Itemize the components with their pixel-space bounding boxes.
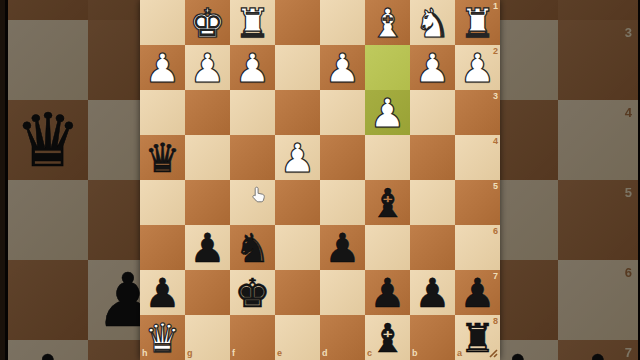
square-d1[interactable] — [320, 0, 365, 45]
file-label-d: d — [322, 349, 328, 358]
black-queen-h4[interactable]: ♛︎ — [140, 135, 185, 180]
square-d6[interactable]: ♟︎ — [320, 225, 365, 270]
square-c8[interactable]: c♝︎ — [365, 315, 410, 360]
bg-square: ♟︎ — [8, 0, 88, 20]
black-queen-partial: ♛︎ — [15, 103, 81, 177]
rank-label-6: 6 — [493, 227, 498, 236]
black-pawn-partial: ♟︎ — [500, 346, 549, 360]
square-a2[interactable]: 2♟︎ — [455, 45, 500, 90]
square-h8[interactable]: h♛︎ — [140, 315, 185, 360]
square-f2[interactable]: ♟︎ — [230, 45, 275, 90]
white-pawn-g2[interactable]: ♟︎ — [185, 45, 230, 90]
file-label-e: e — [277, 349, 282, 358]
square-d5[interactable] — [320, 180, 365, 225]
square-c2[interactable] — [365, 45, 410, 90]
video-frame: ♟︎♟︎♛︎♟︎♟︎ ♟︎♟︎3456♟︎♟︎7 ♚︎♜︎♝︎♞︎1♜︎♟︎♟︎… — [0, 0, 640, 360]
square-c1[interactable]: ♝︎ — [365, 0, 410, 45]
board-resize-handle-icon[interactable] — [486, 346, 498, 358]
bg-square: ♟︎ — [500, 340, 558, 360]
bg-square — [500, 260, 558, 340]
white-pawn-d2[interactable]: ♟︎ — [320, 45, 365, 90]
square-a1[interactable]: 1♜︎ — [455, 0, 500, 45]
square-g5[interactable] — [185, 180, 230, 225]
background-left-strip: ♟︎♟︎♛︎♟︎♟︎ — [0, 0, 140, 360]
bg-square: ♛︎ — [8, 100, 88, 180]
square-h3[interactable] — [140, 90, 185, 135]
black-pawn-partial: ♟︎ — [17, 346, 80, 360]
square-f6[interactable]: ♞︎ — [230, 225, 275, 270]
bg-square: 5 — [558, 180, 638, 260]
square-a3[interactable]: 3 — [455, 90, 500, 135]
bg-square: ♟︎ — [88, 0, 140, 20]
square-h5[interactable] — [140, 180, 185, 225]
square-e7[interactable] — [275, 270, 320, 315]
bg-square: 3 — [558, 20, 638, 100]
black-pawn-b7[interactable]: ♟︎ — [410, 270, 455, 315]
bg-square: ♟︎ — [500, 0, 558, 20]
black-bishop-c5[interactable]: ♝︎ — [365, 180, 410, 225]
white-pawn-c3[interactable]: ♟︎ — [365, 90, 410, 135]
white-rook-a1[interactable]: ♜︎ — [455, 0, 500, 45]
square-f4[interactable] — [230, 135, 275, 180]
bg-square: ♟︎ — [88, 260, 140, 340]
black-pawn-h7[interactable]: ♟︎ — [140, 270, 185, 315]
square-f3[interactable] — [230, 90, 275, 135]
square-e8[interactable]: e — [275, 315, 320, 360]
bg-square — [88, 180, 140, 260]
black-pawn-a7[interactable]: ♟︎ — [455, 270, 500, 315]
file-label-b: b — [412, 349, 418, 358]
rank-label-4: 4 — [493, 137, 498, 146]
white-king-g1[interactable]: ♚︎ — [185, 0, 230, 45]
background-board-fragment-left: ♟︎♟︎♛︎♟︎♟︎ — [5, 0, 140, 360]
bg-square: 4 — [558, 100, 638, 180]
white-rook-f1[interactable]: ♜︎ — [230, 0, 275, 45]
square-a5[interactable]: 5 — [455, 180, 500, 225]
rank-label-3: 3 — [493, 92, 498, 101]
black-pawn-partial: ♟︎ — [95, 263, 140, 337]
white-pawn-f2[interactable]: ♟︎ — [230, 45, 275, 90]
file-label-g: g — [187, 349, 193, 358]
black-pawn-partial: ♟︎ — [567, 346, 630, 360]
bg-rank-label-4: 4 — [625, 105, 632, 120]
white-pawn-h2[interactable]: ♟︎ — [140, 45, 185, 90]
square-d3[interactable] — [320, 90, 365, 135]
square-h2[interactable]: ♟︎ — [140, 45, 185, 90]
square-e1[interactable] — [275, 0, 320, 45]
black-pawn-c7[interactable]: ♟︎ — [365, 270, 410, 315]
square-b7[interactable]: ♟︎ — [410, 270, 455, 315]
square-a6[interactable]: 6 — [455, 225, 500, 270]
square-e2[interactable] — [275, 45, 320, 90]
black-pawn-d6[interactable]: ♟︎ — [320, 225, 365, 270]
square-b1[interactable]: ♞︎ — [410, 0, 455, 45]
square-h7[interactable]: ♟︎ — [140, 270, 185, 315]
bg-rank-label-7: 7 — [625, 345, 632, 360]
bg-square — [8, 260, 88, 340]
square-c5[interactable]: ♝︎ — [365, 180, 410, 225]
square-b5[interactable] — [410, 180, 455, 225]
square-d2[interactable]: ♟︎ — [320, 45, 365, 90]
bg-square — [88, 20, 140, 100]
chess-board: ♚︎♜︎♝︎♞︎1♜︎♟︎♟︎♟︎♟︎♟︎2♟︎♟︎3♛︎♟︎4♝︎5♟︎♞︎♟… — [140, 0, 500, 360]
square-g8[interactable]: g — [185, 315, 230, 360]
square-d7[interactable] — [320, 270, 365, 315]
square-a4[interactable]: 4 — [455, 135, 500, 180]
bg-square: ♟︎7 — [558, 340, 638, 360]
square-c7[interactable]: ♟︎ — [365, 270, 410, 315]
square-b6[interactable] — [410, 225, 455, 270]
square-b4[interactable] — [410, 135, 455, 180]
bg-square — [500, 180, 558, 260]
bg-square — [500, 100, 558, 180]
file-label-f: f — [232, 349, 235, 358]
bg-square: ♟︎ — [558, 0, 638, 20]
bg-square — [8, 180, 88, 260]
white-pawn-a2[interactable]: ♟︎ — [455, 45, 500, 90]
white-queen-h8[interactable]: ♛︎ — [140, 315, 185, 360]
bg-rank-label-5: 5 — [625, 185, 632, 200]
black-bishop-c8[interactable]: ♝︎ — [365, 315, 410, 360]
square-b3[interactable] — [410, 90, 455, 135]
square-f7[interactable]: ♚︎ — [230, 270, 275, 315]
square-f1[interactable]: ♜︎ — [230, 0, 275, 45]
square-b2[interactable]: ♟︎ — [410, 45, 455, 90]
white-knight-b1[interactable]: ♞︎ — [410, 0, 455, 45]
black-knight-f6[interactable]: ♞︎ — [230, 225, 275, 270]
bg-square — [8, 20, 88, 100]
square-g7[interactable] — [185, 270, 230, 315]
white-bishop-c1[interactable]: ♝︎ — [365, 0, 410, 45]
square-a7[interactable]: 7♟︎ — [455, 270, 500, 315]
black-king-f7[interactable]: ♚︎ — [230, 270, 275, 315]
square-g1[interactable]: ♚︎ — [185, 0, 230, 45]
background-right-strip: ♟︎♟︎3456♟︎♟︎7 — [500, 0, 640, 360]
square-h6[interactable] — [140, 225, 185, 270]
black-pawn-g6[interactable]: ♟︎ — [185, 225, 230, 270]
bg-rank-label-3: 3 — [625, 25, 632, 40]
bg-rank-label-6: 6 — [625, 265, 632, 280]
square-e6[interactable] — [275, 225, 320, 270]
square-c6[interactable] — [365, 225, 410, 270]
square-g3[interactable] — [185, 90, 230, 135]
square-g2[interactable]: ♟︎ — [185, 45, 230, 90]
bg-square — [88, 340, 140, 360]
rank-label-5: 5 — [493, 182, 498, 191]
square-e5[interactable] — [275, 180, 320, 225]
square-b8[interactable]: b — [410, 315, 455, 360]
mouse-cursor-hand-icon — [252, 186, 267, 203]
square-c4[interactable] — [365, 135, 410, 180]
square-g6[interactable]: ♟︎ — [185, 225, 230, 270]
bg-square: 6 — [558, 260, 638, 340]
square-c3[interactable]: ♟︎ — [365, 90, 410, 135]
background-board-fragment-right: ♟︎♟︎3456♟︎♟︎7 — [500, 0, 640, 360]
square-e4[interactable]: ♟︎ — [275, 135, 320, 180]
white-pawn-e4[interactable]: ♟︎ — [275, 135, 320, 180]
bg-square: ♟︎ — [8, 340, 88, 360]
bg-square — [88, 100, 140, 180]
square-f8[interactable]: f — [230, 315, 275, 360]
square-g4[interactable] — [185, 135, 230, 180]
square-h1[interactable] — [140, 0, 185, 45]
square-h4[interactable]: ♛︎ — [140, 135, 185, 180]
square-d8[interactable]: d — [320, 315, 365, 360]
white-pawn-b2[interactable]: ♟︎ — [410, 45, 455, 90]
square-d4[interactable] — [320, 135, 365, 180]
bg-square — [500, 20, 558, 100]
square-e3[interactable] — [275, 90, 320, 135]
